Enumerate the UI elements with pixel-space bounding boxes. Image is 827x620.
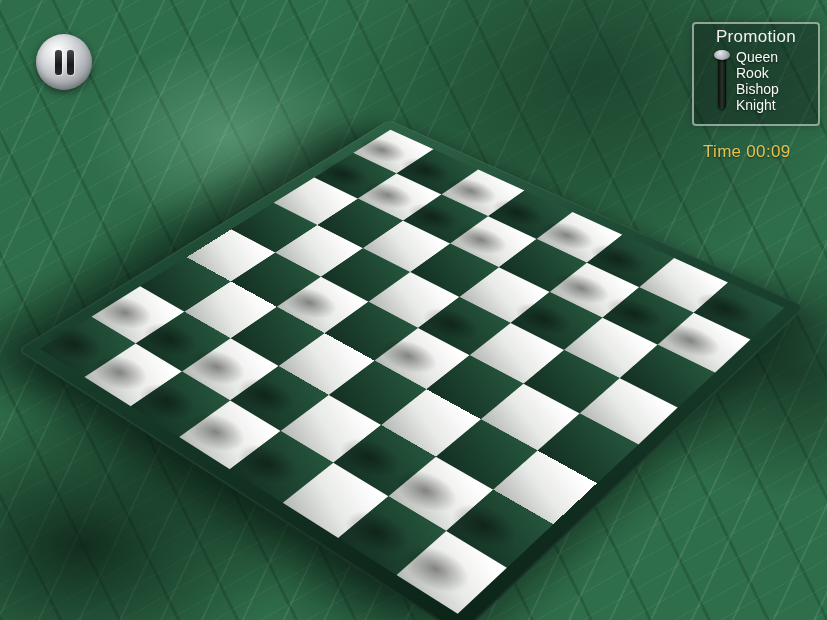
pause-icon	[55, 50, 62, 75]
square-e4[interactable]: ♟	[375, 328, 470, 389]
game-screen: ♜♞♝♛♚♝♜♟♟♟♟♟♟♟♞♟♝♟♟♟♟♟♟♟♟♜♞♝♛♚♞♜ Promoti…	[0, 0, 827, 620]
promotion-slider[interactable]	[718, 53, 726, 109]
promotion-option-bishop[interactable]: Bishop	[736, 82, 779, 96]
promotion-options: Queen Rook Bishop Knight	[694, 49, 818, 119]
promotion-option-queen[interactable]: Queen	[736, 50, 778, 64]
chess-board: ♜♞♝♛♚♝♜♟♟♟♟♟♟♟♞♟♝♟♟♟♟♟♟♟♟♜♞♝♛♚♞♜	[17, 120, 806, 620]
promotion-slider-knob[interactable]	[714, 50, 730, 60]
pause-icon	[67, 50, 74, 75]
board-grid: ♜♞♝♛♚♝♜♟♟♟♟♟♟♟♞♟♝♟♟♟♟♟♟♟♟♜♞♝♛♚♞♜	[40, 130, 784, 614]
square-h1[interactable]: ♜	[397, 531, 507, 614]
promotion-title: Promotion	[694, 27, 818, 47]
promotion-option-rook[interactable]: Rook	[736, 66, 769, 80]
pause-button[interactable]	[36, 34, 92, 90]
promotion-panel: Promotion Queen Rook Bishop Knight	[692, 22, 820, 126]
promotion-option-knight[interactable]: Knight	[736, 98, 776, 112]
timer-label: Time 00:09	[703, 142, 823, 162]
